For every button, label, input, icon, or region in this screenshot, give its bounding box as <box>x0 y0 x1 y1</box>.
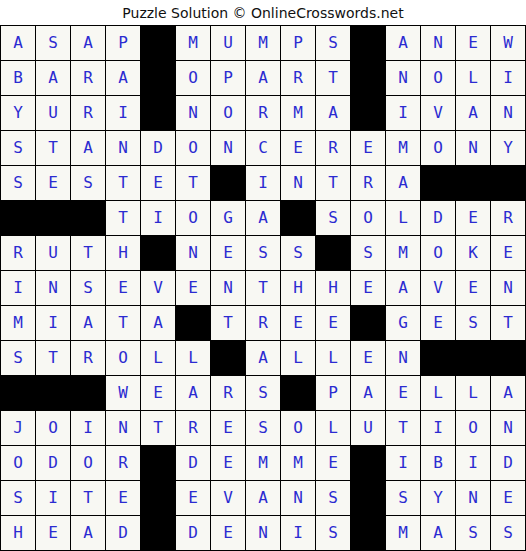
letter-cell-r4c4: N <box>106 131 140 165</box>
letter-cell-r11c4: W <box>106 376 140 410</box>
letter-cell-r9c3: A <box>71 306 105 340</box>
block-cell-r1c5 <box>141 26 175 60</box>
letter-cell-r7c7: E <box>211 236 245 270</box>
block-cell-r10c14 <box>456 341 490 375</box>
letter-cell-r11c6: A <box>176 376 210 410</box>
letter-cell-r2c14: L <box>456 61 490 95</box>
block-cell-r14c5 <box>141 481 175 515</box>
letter-cell-r13c12: I <box>386 446 420 480</box>
letter-cell-r3c4: I <box>106 96 140 130</box>
letter-cell-r6c8: A <box>246 201 280 235</box>
block-cell-r13c11 <box>351 446 385 480</box>
block-cell-r10c15 <box>491 341 525 375</box>
letter-cell-r1c15: W <box>491 26 525 60</box>
letter-cell-r4c9: E <box>281 131 315 165</box>
letter-cell-r2c7: P <box>211 61 245 95</box>
letter-cell-r3c14: A <box>456 96 490 130</box>
letter-cell-r8c11: E <box>351 271 385 305</box>
letter-cell-r11c5: E <box>141 376 175 410</box>
letter-cell-r1c14: E <box>456 26 490 60</box>
letter-cell-r10c5: L <box>141 341 175 375</box>
letter-cell-r3c12: I <box>386 96 420 130</box>
letter-cell-r1c1: A <box>1 26 35 60</box>
letter-cell-r14c3: T <box>71 481 105 515</box>
letter-cell-r4c13: O <box>421 131 455 165</box>
letter-cell-r14c10: S <box>316 481 350 515</box>
letter-cell-r6c6: O <box>176 201 210 235</box>
letter-cell-r11c12: E <box>386 376 420 410</box>
letter-cell-r10c10: L <box>316 341 350 375</box>
letter-cell-r12c4: N <box>106 411 140 445</box>
letter-cell-r5c9: N <box>281 166 315 200</box>
letter-cell-r13c8: M <box>246 446 280 480</box>
letter-cell-r2c6: O <box>176 61 210 95</box>
letter-cell-r10c6: L <box>176 341 210 375</box>
letter-cell-r8c6: E <box>176 271 210 305</box>
block-cell-r3c11 <box>351 96 385 130</box>
letter-cell-r6c7: G <box>211 201 245 235</box>
letter-cell-r7c12: M <box>386 236 420 270</box>
block-cell-r6c3 <box>71 201 105 235</box>
letter-cell-r8c8: T <box>246 271 280 305</box>
letter-cell-r13c14: I <box>456 446 490 480</box>
block-cell-r15c11 <box>351 516 385 550</box>
block-cell-r7c5 <box>141 236 175 270</box>
letter-cell-r12c6: R <box>176 411 210 445</box>
letter-cell-r5c1: S <box>1 166 35 200</box>
letter-cell-r14c13: Y <box>421 481 455 515</box>
letter-cell-r8c7: N <box>211 271 245 305</box>
letter-cell-r10c8: A <box>246 341 280 375</box>
letter-cell-r6c15: R <box>491 201 525 235</box>
letter-cell-r13c4: R <box>106 446 140 480</box>
letter-cell-r14c6: E <box>176 481 210 515</box>
letter-cell-r12c14: O <box>456 411 490 445</box>
letter-cell-r5c4: T <box>106 166 140 200</box>
letter-cell-r10c1: S <box>1 341 35 375</box>
letter-cell-r7c9: S <box>281 236 315 270</box>
letter-cell-r8c9: H <box>281 271 315 305</box>
letter-cell-r14c9: N <box>281 481 315 515</box>
letter-cell-r15c1: H <box>1 516 35 550</box>
block-cell-r2c5 <box>141 61 175 95</box>
letter-cell-r12c1: J <box>1 411 35 445</box>
letter-cell-r13c2: D <box>36 446 70 480</box>
letter-cell-r13c6: D <box>176 446 210 480</box>
letter-cell-r12c7: E <box>211 411 245 445</box>
block-cell-r11c3 <box>71 376 105 410</box>
letter-cell-r3c7: O <box>211 96 245 130</box>
letter-cell-r5c8: I <box>246 166 280 200</box>
block-cell-r9c6 <box>176 306 210 340</box>
letter-cell-r8c4: E <box>106 271 140 305</box>
letter-cell-r13c10: E <box>316 446 350 480</box>
letter-cell-r4c14: N <box>456 131 490 165</box>
letter-cell-r5c11: R <box>351 166 385 200</box>
letter-cell-r11c10: P <box>316 376 350 410</box>
letter-cell-r1c8: M <box>246 26 280 60</box>
letter-cell-r6c10: S <box>316 201 350 235</box>
letter-cell-r8c15: N <box>491 271 525 305</box>
letter-cell-r14c14: N <box>456 481 490 515</box>
letter-cell-r4c3: A <box>71 131 105 165</box>
letter-cell-r2c4: A <box>106 61 140 95</box>
letter-cell-r8c1: I <box>1 271 35 305</box>
block-cell-r14c11 <box>351 481 385 515</box>
letter-cell-r14c1: S <box>1 481 35 515</box>
letter-cell-r1c9: P <box>281 26 315 60</box>
letter-cell-r12c13: I <box>421 411 455 445</box>
letter-cell-r9c14: S <box>456 306 490 340</box>
letter-cell-r14c12: S <box>386 481 420 515</box>
block-cell-r5c15 <box>491 166 525 200</box>
block-cell-r13c5 <box>141 446 175 480</box>
letter-cell-r7c3: T <box>71 236 105 270</box>
letter-cell-r7c14: K <box>456 236 490 270</box>
letter-cell-r3c2: U <box>36 96 70 130</box>
letter-cell-r4c7: N <box>211 131 245 165</box>
letter-cell-r4c15: Y <box>491 131 525 165</box>
block-cell-r2c11 <box>351 61 385 95</box>
letter-cell-r4c10: R <box>316 131 350 165</box>
letter-cell-r3c3: R <box>71 96 105 130</box>
letter-cell-r15c9: I <box>281 516 315 550</box>
letter-cell-r15c14: S <box>456 516 490 550</box>
letter-cell-r3c9: M <box>281 96 315 130</box>
letter-cell-r2c13: O <box>421 61 455 95</box>
letter-cell-r7c15: E <box>491 236 525 270</box>
letter-cell-r3c10: A <box>316 96 350 130</box>
letter-cell-r13c13: B <box>421 446 455 480</box>
letter-cell-r4c5: D <box>141 131 175 165</box>
letter-cell-r8c2: N <box>36 271 70 305</box>
letter-cell-r12c15: N <box>491 411 525 445</box>
block-cell-r10c7 <box>211 341 245 375</box>
letter-cell-r5c3: S <box>71 166 105 200</box>
letter-cell-r3c13: V <box>421 96 455 130</box>
block-cell-r6c9 <box>281 201 315 235</box>
letter-cell-r3c1: Y <box>1 96 35 130</box>
letter-cell-r12c11: U <box>351 411 385 445</box>
letter-cell-r11c15: A <box>491 376 525 410</box>
letter-cell-r15c12: M <box>386 516 420 550</box>
letter-cell-r9c10: E <box>316 306 350 340</box>
letter-cell-r12c12: T <box>386 411 420 445</box>
letter-cell-r2c3: R <box>71 61 105 95</box>
page-title: Puzzle Solution © OnlineCrosswords.net <box>122 5 403 21</box>
letter-cell-r9c9: E <box>281 306 315 340</box>
letter-cell-r5c2: E <box>36 166 70 200</box>
letter-cell-r14c8: A <box>246 481 280 515</box>
letter-cell-r14c2: I <box>36 481 70 515</box>
letter-cell-r9c12: G <box>386 306 420 340</box>
block-cell-r6c2 <box>36 201 70 235</box>
letter-cell-r15c13: A <box>421 516 455 550</box>
letter-cell-r13c3: O <box>71 446 105 480</box>
letter-cell-r2c2: A <box>36 61 70 95</box>
letter-cell-r2c12: N <box>386 61 420 95</box>
letter-cell-r8c12: A <box>386 271 420 305</box>
letter-cell-r15c8: N <box>246 516 280 550</box>
letter-cell-r3c6: N <box>176 96 210 130</box>
letter-cell-r8c13: V <box>421 271 455 305</box>
letter-cell-r9c2: I <box>36 306 70 340</box>
block-cell-r5c7 <box>211 166 245 200</box>
letter-cell-r2c15: I <box>491 61 525 95</box>
letter-cell-r11c7: R <box>211 376 245 410</box>
block-cell-r5c13 <box>421 166 455 200</box>
letter-cell-r4c12: M <box>386 131 420 165</box>
letter-cell-r2c1: B <box>1 61 35 95</box>
letter-cell-r4c2: T <box>36 131 70 165</box>
letter-cell-r15c15: S <box>491 516 525 550</box>
letter-cell-r15c3: A <box>71 516 105 550</box>
letter-cell-r10c4: O <box>106 341 140 375</box>
letter-cell-r8c5: V <box>141 271 175 305</box>
letter-cell-r9c7: T <box>211 306 245 340</box>
letter-cell-r6c5: I <box>141 201 175 235</box>
title-bar: Puzzle Solution © OnlineCrosswords.net <box>0 0 526 25</box>
letter-cell-r6c13: D <box>421 201 455 235</box>
letter-cell-r3c8: R <box>246 96 280 130</box>
letter-cell-r12c8: S <box>246 411 280 445</box>
letter-cell-r7c4: H <box>106 236 140 270</box>
letter-cell-r10c11: E <box>351 341 385 375</box>
letter-cell-r5c6: T <box>176 166 210 200</box>
letter-cell-r7c13: O <box>421 236 455 270</box>
letter-cell-r6c11: O <box>351 201 385 235</box>
letter-cell-r7c8: S <box>246 236 280 270</box>
letter-cell-r13c15: D <box>491 446 525 480</box>
letter-cell-r9c5: A <box>141 306 175 340</box>
block-cell-r9c11 <box>351 306 385 340</box>
letter-cell-r12c9: O <box>281 411 315 445</box>
letter-cell-r1c4: P <box>106 26 140 60</box>
block-cell-r15c5 <box>141 516 175 550</box>
letter-cell-r2c8: A <box>246 61 280 95</box>
letter-cell-r15c10: S <box>316 516 350 550</box>
letter-cell-r9c1: M <box>1 306 35 340</box>
letter-cell-r10c12: N <box>386 341 420 375</box>
letter-cell-r15c2: E <box>36 516 70 550</box>
letter-cell-r11c11: A <box>351 376 385 410</box>
block-cell-r11c1 <box>1 376 35 410</box>
letter-cell-r2c9: R <box>281 61 315 95</box>
letter-cell-r5c5: E <box>141 166 175 200</box>
letter-cell-r4c11: E <box>351 131 385 165</box>
letter-cell-r13c9: M <box>281 446 315 480</box>
letter-cell-r14c4: E <box>106 481 140 515</box>
letter-cell-r1c2: S <box>36 26 70 60</box>
letter-cell-r9c15: T <box>491 306 525 340</box>
crossword-grid: ASAPMUMPSANEWBARAOPARTNOLIYURINORMAIVANS… <box>0 25 526 551</box>
letter-cell-r11c13: L <box>421 376 455 410</box>
letter-cell-r3c15: N <box>491 96 525 130</box>
letter-cell-r11c8: S <box>246 376 280 410</box>
block-cell-r3c5 <box>141 96 175 130</box>
letter-cell-r12c3: I <box>71 411 105 445</box>
letter-cell-r1c6: M <box>176 26 210 60</box>
block-cell-r1c11 <box>351 26 385 60</box>
letter-cell-r1c7: U <box>211 26 245 60</box>
letter-cell-r9c13: E <box>421 306 455 340</box>
letter-cell-r8c14: E <box>456 271 490 305</box>
letter-cell-r11c14: L <box>456 376 490 410</box>
block-cell-r6c1 <box>1 201 35 235</box>
block-cell-r11c9 <box>281 376 315 410</box>
letter-cell-r15c4: D <box>106 516 140 550</box>
letter-cell-r12c5: T <box>141 411 175 445</box>
letter-cell-r15c7: E <box>211 516 245 550</box>
letter-cell-r5c12: A <box>386 166 420 200</box>
letter-cell-r7c1: R <box>1 236 35 270</box>
letter-cell-r9c4: T <box>106 306 140 340</box>
block-cell-r5c14 <box>456 166 490 200</box>
puzzle-solution-page: Puzzle Solution © OnlineCrosswords.net A… <box>0 0 526 551</box>
letter-cell-r13c7: E <box>211 446 245 480</box>
letter-cell-r12c2: O <box>36 411 70 445</box>
letter-cell-r13c1: O <box>1 446 35 480</box>
letter-cell-r6c12: L <box>386 201 420 235</box>
letter-cell-r7c2: U <box>36 236 70 270</box>
letter-cell-r8c10: H <box>316 271 350 305</box>
letter-cell-r7c6: N <box>176 236 210 270</box>
letter-cell-r6c4: T <box>106 201 140 235</box>
letter-cell-r12c10: L <box>316 411 350 445</box>
letter-cell-r4c1: S <box>1 131 35 165</box>
letter-cell-r1c12: A <box>386 26 420 60</box>
letter-cell-r5c10: T <box>316 166 350 200</box>
letter-cell-r6c14: E <box>456 201 490 235</box>
letter-cell-r9c8: R <box>246 306 280 340</box>
letter-cell-r10c2: T <box>36 341 70 375</box>
letter-cell-r4c8: C <box>246 131 280 165</box>
letter-cell-r2c10: T <box>316 61 350 95</box>
letter-cell-r14c15: E <box>491 481 525 515</box>
block-cell-r7c10 <box>316 236 350 270</box>
letter-cell-r8c3: S <box>71 271 105 305</box>
letter-cell-r1c3: A <box>71 26 105 60</box>
letter-cell-r1c13: N <box>421 26 455 60</box>
block-cell-r11c2 <box>36 376 70 410</box>
letter-cell-r14c7: V <box>211 481 245 515</box>
letter-cell-r4c6: O <box>176 131 210 165</box>
letter-cell-r7c11: S <box>351 236 385 270</box>
letter-cell-r1c10: S <box>316 26 350 60</box>
block-cell-r10c13 <box>421 341 455 375</box>
letter-cell-r15c6: D <box>176 516 210 550</box>
letter-cell-r10c3: R <box>71 341 105 375</box>
letter-cell-r10c9: L <box>281 341 315 375</box>
